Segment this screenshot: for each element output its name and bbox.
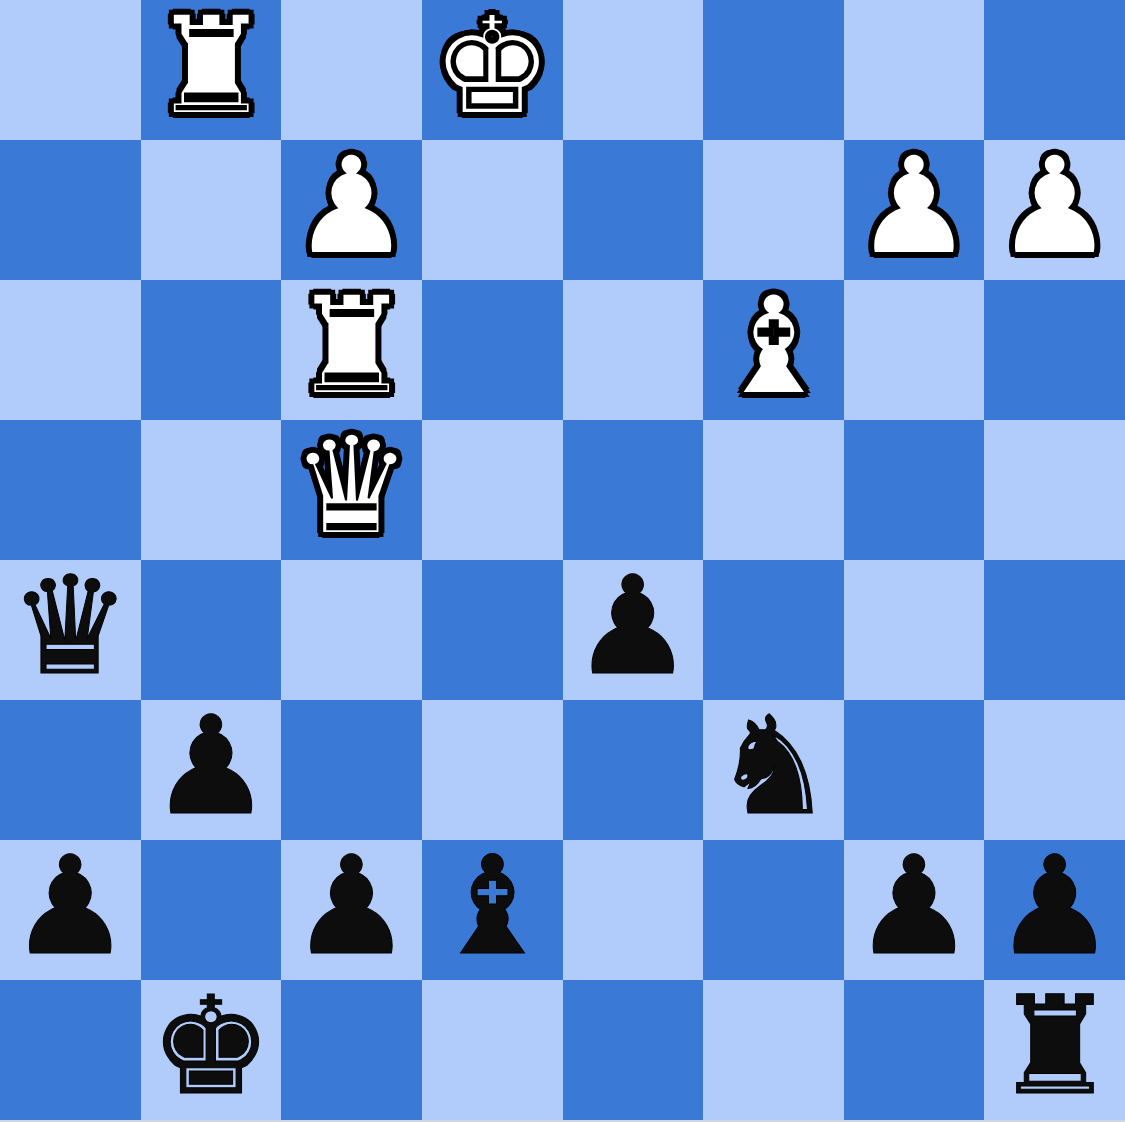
square-h8[interactable] (0, 980, 141, 1120)
black-queen[interactable]: ♛ (9, 558, 131, 694)
square-h3[interactable] (0, 280, 141, 420)
square-g6[interactable]: ♟ (141, 700, 282, 840)
square-f2[interactable]: ♟ (281, 140, 422, 280)
square-b6[interactable] (844, 700, 985, 840)
black-king[interactable]: ♚ (150, 978, 272, 1114)
square-g7[interactable] (141, 840, 282, 980)
square-a5[interactable] (984, 560, 1125, 700)
square-f6[interactable] (281, 700, 422, 840)
square-a3[interactable] (984, 280, 1125, 420)
white-rook[interactable]: ♜ (150, 0, 272, 134)
black-pawn[interactable]: ♟ (994, 838, 1116, 974)
black-pawn[interactable]: ♟ (9, 838, 131, 974)
square-d3[interactable] (563, 280, 704, 420)
square-b8[interactable] (844, 980, 985, 1120)
square-f5[interactable] (281, 560, 422, 700)
square-c1[interactable] (703, 0, 844, 140)
square-d2[interactable] (563, 140, 704, 280)
square-e3[interactable] (422, 280, 563, 420)
square-g1[interactable]: ♜ (141, 0, 282, 140)
square-a8[interactable]: ♜ (984, 980, 1125, 1120)
square-g2[interactable] (141, 140, 282, 280)
square-d5[interactable]: ♟ (563, 560, 704, 700)
square-e5[interactable] (422, 560, 563, 700)
black-pawn[interactable]: ♟ (150, 698, 272, 834)
square-a4[interactable] (984, 420, 1125, 560)
square-e4[interactable] (422, 420, 563, 560)
square-b5[interactable] (844, 560, 985, 700)
white-pawn[interactable]: ♟ (853, 138, 975, 274)
square-e8[interactable] (422, 980, 563, 1120)
square-d8[interactable] (563, 980, 704, 1120)
square-h4[interactable] (0, 420, 141, 560)
square-e1[interactable]: ♚ (422, 0, 563, 140)
square-c6[interactable]: ♞ (703, 700, 844, 840)
square-d6[interactable] (563, 700, 704, 840)
square-f4[interactable]: ♛ (281, 420, 422, 560)
white-bishop[interactable]: ♝ (712, 278, 834, 414)
square-h6[interactable] (0, 700, 141, 840)
square-b7[interactable]: ♟ (844, 840, 985, 980)
square-d1[interactable] (563, 0, 704, 140)
white-rook[interactable]: ♜ (291, 278, 413, 414)
white-pawn[interactable]: ♟ (994, 138, 1116, 274)
square-d7[interactable] (563, 840, 704, 980)
chessboard: ♜♚♟♟♟♜♝♛♛♟♟♞♟♟♝♟♟♚♜ (0, 0, 1125, 1120)
chess-app: ♜♚♟♟♟♜♝♛♛♟♟♞♟♟♝♟♟♚♜ (0, 0, 1125, 1122)
square-h1[interactable] (0, 0, 141, 140)
square-f8[interactable] (281, 980, 422, 1120)
square-f7[interactable]: ♟ (281, 840, 422, 980)
square-c5[interactable] (703, 560, 844, 700)
square-h2[interactable] (0, 140, 141, 280)
square-b2[interactable]: ♟ (844, 140, 985, 280)
square-b1[interactable] (844, 0, 985, 140)
square-c4[interactable] (703, 420, 844, 560)
square-g8[interactable]: ♚ (141, 980, 282, 1120)
square-h5[interactable]: ♛ (0, 560, 141, 700)
square-e2[interactable] (422, 140, 563, 280)
black-pawn[interactable]: ♟ (853, 838, 975, 974)
square-a1[interactable] (984, 0, 1125, 140)
square-d4[interactable] (563, 420, 704, 560)
square-c8[interactable] (703, 980, 844, 1120)
square-f1[interactable] (281, 0, 422, 140)
square-c7[interactable] (703, 840, 844, 980)
square-e7[interactable]: ♝ (422, 840, 563, 980)
black-rook[interactable]: ♜ (994, 978, 1116, 1114)
black-knight[interactable]: ♞ (712, 698, 834, 834)
black-pawn[interactable]: ♟ (291, 838, 413, 974)
black-pawn[interactable]: ♟ (572, 558, 694, 694)
square-b4[interactable] (844, 420, 985, 560)
square-g4[interactable] (141, 420, 282, 560)
square-c3[interactable]: ♝ (703, 280, 844, 420)
square-a7[interactable]: ♟ (984, 840, 1125, 980)
white-queen[interactable]: ♛ (291, 418, 413, 554)
square-e6[interactable] (422, 700, 563, 840)
square-b3[interactable] (844, 280, 985, 420)
square-g3[interactable] (141, 280, 282, 420)
black-bishop[interactable]: ♝ (431, 838, 553, 974)
square-a6[interactable] (984, 700, 1125, 840)
square-g5[interactable] (141, 560, 282, 700)
square-c2[interactable] (703, 140, 844, 280)
white-pawn[interactable]: ♟ (291, 138, 413, 274)
white-king[interactable]: ♚ (431, 0, 553, 134)
square-h7[interactable]: ♟ (0, 840, 141, 980)
square-a2[interactable]: ♟ (984, 140, 1125, 280)
square-f3[interactable]: ♜ (281, 280, 422, 420)
